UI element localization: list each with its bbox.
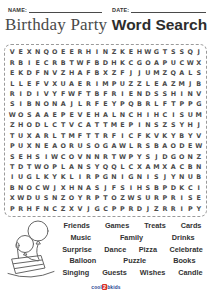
grid-letter: E — [16, 151, 24, 161]
grid-letter: U — [186, 110, 194, 120]
grid-letter: P — [118, 99, 126, 109]
grid-letter: K — [144, 131, 152, 141]
grid-letter: D — [16, 162, 24, 172]
grid-letter: P — [59, 110, 67, 120]
grid-letter: I — [16, 99, 24, 109]
grid-letter: U — [144, 68, 152, 78]
grid-letter: T — [25, 162, 33, 172]
grid-letter: X — [8, 193, 16, 203]
grid-letter: C — [50, 120, 58, 130]
grid-letter: L — [8, 78, 16, 88]
grid-letter: K — [118, 57, 126, 67]
grid-letter: P — [178, 99, 186, 109]
grid-letter: B — [178, 131, 186, 141]
grid-letter: J — [50, 183, 58, 193]
grid-letter: K — [161, 131, 169, 141]
grid-letter: D — [25, 68, 33, 78]
grid-letter: H — [93, 110, 101, 120]
grid-letter: M — [101, 78, 109, 88]
grid-letter: P — [127, 151, 135, 161]
word-item: Surprise — [62, 245, 92, 254]
grid-letter: E — [127, 47, 135, 57]
grid-letter: J — [67, 99, 75, 109]
grid-letter: O — [25, 120, 33, 130]
word-item: Drinks — [172, 233, 195, 242]
grid-letter: V — [42, 78, 50, 88]
grid-letter: Z — [161, 120, 169, 130]
grid-letter: S — [186, 193, 194, 203]
grid-letter: S — [152, 120, 160, 130]
grid-letter: Z — [135, 78, 143, 88]
grid-letter: G — [101, 172, 109, 182]
grid-letter: N — [50, 193, 58, 203]
grid-letter: F — [76, 89, 84, 99]
grid-letter: Q — [127, 99, 135, 109]
grid-letter: S — [8, 151, 16, 161]
plate — [8, 272, 54, 278]
grid-letter: P — [161, 193, 169, 203]
grid-letter: N — [42, 204, 50, 214]
grid-letter: N — [135, 89, 143, 99]
grid-letter: I — [8, 172, 16, 182]
grid-letter: X — [135, 162, 143, 172]
grid-letter: C — [127, 110, 135, 120]
grid-letter: X — [59, 183, 67, 193]
grid-letter: A — [84, 183, 92, 193]
grid-letter: O — [42, 99, 50, 109]
grid-letter: O — [178, 151, 186, 161]
grid-letter: V — [76, 151, 84, 161]
grid-letter: I — [42, 151, 50, 161]
grid-letter: Y — [169, 131, 177, 141]
grid-letter: S — [178, 110, 186, 120]
grid-letter: A — [144, 162, 152, 172]
grid-letter: O — [50, 47, 58, 57]
grid-letter: F — [84, 57, 92, 67]
grid-letter: P — [127, 120, 135, 130]
grid-letter: V — [76, 110, 84, 120]
grid-letter: U — [16, 141, 24, 151]
grid-letter: W — [42, 183, 50, 193]
grid-letter: H — [110, 57, 118, 67]
grid-letter: A — [42, 110, 50, 120]
grid-letter: C — [59, 151, 67, 161]
grid-letter: R — [169, 193, 177, 203]
grid-letter: T — [161, 47, 169, 57]
title-light-part: Birthday Party — [5, 15, 107, 34]
grid-letter: U — [144, 193, 152, 203]
grid-letter: F — [93, 99, 101, 109]
grid-letter: H — [135, 183, 143, 193]
grid-letter: P — [161, 183, 169, 193]
grid-letter: E — [127, 89, 135, 99]
grid-letter: S — [84, 141, 92, 151]
grid-letter: P — [110, 204, 118, 214]
grid-letter: M — [152, 68, 160, 78]
grid-letter: U — [59, 78, 67, 88]
grid-letter: P — [110, 78, 118, 88]
grid-letter: Z — [152, 204, 160, 214]
grid-letter: Y — [76, 193, 84, 203]
grid-letter: H — [135, 110, 143, 120]
word-item: Music — [70, 233, 91, 242]
grid-letter: N — [84, 151, 92, 161]
name-date-header: NAME: DATE: — [8, 5, 206, 13]
grid-letter: A — [152, 57, 160, 67]
grid-letter: L — [76, 99, 84, 109]
grid-letter: V — [50, 68, 58, 78]
grid-letter: G — [25, 172, 33, 182]
grid-letter: E — [50, 110, 58, 120]
grid-letter: B — [93, 89, 101, 99]
word-item: Celebrate — [169, 245, 202, 254]
grid-letter: L — [144, 78, 152, 88]
grid-letter: A — [101, 110, 109, 120]
date-label: DATE: — [112, 7, 129, 13]
grid-letter: Y — [178, 120, 186, 130]
grid-letter: G — [93, 204, 101, 214]
grid-letter: J — [135, 68, 143, 78]
grid-letter: S — [135, 193, 143, 203]
word-item: Games — [105, 221, 129, 230]
grid-letter: D — [25, 89, 33, 99]
grid-letter: J — [144, 204, 152, 214]
grid-letter: F — [118, 68, 126, 78]
grid-letter: B — [93, 57, 101, 67]
grid-letter: A — [161, 141, 169, 151]
grid-letter: O — [169, 141, 177, 151]
grid-letter: T — [8, 131, 16, 141]
grid-letter: A — [50, 141, 58, 151]
grid-letter: H — [25, 204, 33, 214]
grid-letter: G — [195, 99, 203, 109]
grid-letter: X — [50, 78, 58, 88]
grid-letter: T — [59, 131, 67, 141]
grid-letter: B — [195, 172, 203, 182]
grid-letter: W — [33, 162, 41, 172]
word-row: FriendsGamesTreatsCards — [56, 221, 209, 230]
grid-letter: F — [110, 131, 118, 141]
grid-letter: G — [152, 47, 160, 57]
name-label: NAME: — [8, 7, 27, 13]
grid-letter: S — [178, 47, 186, 57]
grid-letter: X — [25, 131, 33, 141]
grid-letter: F — [33, 78, 41, 88]
grid-letter: O — [67, 193, 75, 203]
grid-letter: I — [178, 89, 186, 99]
grid-letter: I — [76, 172, 84, 182]
grid-letter: R — [101, 131, 109, 141]
grid-letter: I — [135, 120, 143, 130]
grid-letter: L — [127, 141, 135, 151]
grid-letter: I — [127, 183, 135, 193]
grid-letter: B — [16, 57, 24, 67]
grid-letter: Y — [50, 172, 58, 182]
grid-letter: Y — [135, 151, 143, 161]
grid-letter: T — [101, 193, 109, 203]
grid-letter: W — [144, 47, 152, 57]
word-row: SurpriseDancePizzaCelebrate — [56, 245, 209, 254]
grid-letter: O — [42, 162, 50, 172]
grid-letter: S — [144, 151, 152, 161]
grid-letter: B — [152, 183, 160, 193]
grid-letter: R — [76, 47, 84, 57]
word-item: Wishes — [140, 268, 165, 277]
word-item: Books — [173, 256, 195, 265]
grid-letter: L — [16, 78, 24, 88]
word-item: Cards — [181, 221, 202, 230]
logo-text: cool — [91, 285, 102, 290]
grid-letter: L — [67, 172, 75, 182]
grid-letter: Z — [127, 78, 135, 88]
grid-letter: E — [186, 141, 194, 151]
word-row: SingingGuestsWishesCandle — [56, 268, 209, 277]
grid-letter: G — [127, 172, 135, 182]
grid-letter: L — [110, 110, 118, 120]
word-row: MusicFamilyDrinks — [56, 233, 209, 242]
grid-letter: W — [8, 110, 16, 120]
grid-letter: Y — [169, 172, 177, 182]
grid-letter: A — [161, 78, 169, 88]
grid-letter: R — [127, 204, 135, 214]
grid-letter: E — [33, 57, 41, 67]
grid-letter: C — [76, 120, 84, 130]
grid-letter: S — [118, 183, 126, 193]
grid-letter: E — [118, 120, 126, 130]
grid-letter: E — [67, 47, 75, 57]
letter-grid: VEXNQOEERHINZKEHWGTSSQJRBIECRBTWFBDHKCGO… — [4, 44, 207, 217]
grid-letter: Z — [59, 204, 67, 214]
page-title: Birthday Party Word Search — [0, 15, 212, 35]
grid-letter: N — [110, 172, 118, 182]
grid-letter: L — [42, 120, 50, 130]
grid-letter: H — [84, 47, 92, 57]
grid-letter: F — [33, 204, 41, 214]
grid-letter: L — [50, 131, 58, 141]
word-item: Singing — [62, 268, 89, 277]
grid-letter: W — [118, 141, 126, 151]
grid-letter: Z — [195, 151, 203, 161]
grid-letter: P — [186, 204, 194, 214]
grid-letter: T — [84, 89, 92, 99]
grid-letter: B — [152, 141, 160, 151]
grid-letter: H — [152, 110, 160, 120]
title-bold-part: Word Search — [112, 16, 207, 33]
grid-letter: K — [16, 68, 24, 78]
grid-letter: I — [93, 47, 101, 57]
grid-letter: W — [195, 141, 203, 151]
grid-letter: U — [16, 172, 24, 182]
grid-letter: A — [110, 141, 118, 151]
birthday-cake-illustration — [4, 218, 58, 280]
grid-letter: E — [152, 78, 160, 88]
grid-letter: V — [8, 47, 16, 57]
grid-letter: E — [42, 141, 50, 151]
grid-letter: K — [59, 172, 67, 182]
name-blank-line — [29, 5, 102, 13]
grid-letter: K — [118, 47, 126, 57]
grid-letter: I — [144, 110, 152, 120]
grid-letter: E — [59, 47, 67, 57]
grid-letter: X — [67, 204, 75, 214]
grid-letter: T — [101, 120, 109, 130]
grid-letter: W — [50, 151, 58, 161]
grid-letter: R — [50, 57, 58, 67]
grid-letter: A — [33, 131, 41, 141]
grid-letter: I — [169, 110, 177, 120]
grid-letter: Y — [186, 131, 194, 141]
grid-letter: K — [42, 172, 50, 182]
grid-letter: P — [8, 141, 16, 151]
word-item: Treats — [144, 221, 166, 230]
grid-letter: T — [59, 120, 67, 130]
grid-letter: N — [101, 47, 109, 57]
grid-letter: R — [101, 151, 109, 161]
grid-letter: E — [84, 110, 92, 120]
grid-letter: J — [152, 151, 160, 161]
grid-letter: W — [67, 89, 75, 99]
grid-letter: I — [33, 89, 41, 99]
grid-letter: I — [118, 89, 126, 99]
grid-letter: J — [84, 204, 92, 214]
grid-letter: V — [67, 120, 75, 130]
word-item: Family — [120, 233, 143, 242]
grid-letter: Y — [110, 99, 118, 109]
grid-letter: S — [169, 120, 177, 130]
grid-letter: E — [76, 78, 84, 88]
grid-letter: N — [33, 47, 41, 57]
grid-letter: N — [42, 68, 50, 78]
grid-letter: R — [169, 204, 177, 214]
grid-letter: N — [76, 162, 84, 172]
grid-letter: V — [195, 131, 203, 141]
brand-logo: cool2bkids — [0, 284, 212, 290]
grid-letter: J — [195, 120, 203, 130]
grid-letter: J — [186, 78, 194, 88]
grid-letter: S — [42, 193, 50, 203]
grid-letter: B — [25, 99, 33, 109]
grid-letter: D — [169, 183, 177, 193]
grid-letter: F — [76, 131, 84, 141]
grid-letter: I — [93, 78, 101, 88]
grid-letter: Z — [118, 193, 126, 203]
grid-letter: E — [101, 99, 109, 109]
grid-letter: N — [93, 151, 101, 161]
date-field: DATE: — [112, 5, 206, 13]
grid-letter: N — [76, 183, 84, 193]
grid-letter: Q — [169, 68, 177, 78]
grid-letter: C — [127, 131, 135, 141]
grid-letter: S — [152, 89, 160, 99]
grid-letter: X — [101, 68, 109, 78]
grid-letter: B — [8, 183, 16, 193]
name-field: NAME: — [8, 5, 102, 13]
grid-letter: Y — [93, 162, 101, 172]
grid-letter: Z — [110, 68, 118, 78]
grid-letter: J — [127, 68, 135, 78]
grid-letter: K — [178, 183, 186, 193]
grid-letter: H — [67, 183, 75, 193]
grid-letter: L — [152, 99, 160, 109]
grid-letter: U — [76, 141, 84, 151]
word-item: Balloon — [70, 256, 97, 265]
grid-letter: U — [118, 78, 126, 88]
grid-letter: C — [178, 57, 186, 67]
grid-letter: Z — [161, 68, 169, 78]
grid-letter: E — [25, 78, 33, 88]
grid-letter: N — [33, 141, 41, 151]
grid-letter: I — [16, 89, 24, 99]
grid-letter: V — [42, 89, 50, 99]
grid-letter: Z — [8, 120, 16, 130]
grid-letter: W — [186, 57, 194, 67]
grid-letter: C — [178, 162, 186, 172]
grid-letter: F — [161, 99, 169, 109]
grid-letter: R — [161, 204, 169, 214]
grid-letter: U — [186, 172, 194, 182]
grid-letter: H — [169, 89, 177, 99]
grid-letter: I — [144, 172, 152, 182]
grid-letter: T — [67, 57, 75, 67]
grid-letter: S — [144, 183, 152, 193]
grid-letter: O — [144, 57, 152, 67]
grid-letter: Q — [186, 47, 194, 57]
grid-letter: R — [144, 99, 152, 109]
grid-letter: I — [25, 57, 33, 67]
grid-letter: B — [135, 99, 143, 109]
grid-letter: A — [178, 68, 186, 78]
grid-letter: D — [161, 151, 169, 161]
logo-text: bkids — [107, 285, 121, 290]
grid-letter: L — [186, 68, 194, 78]
grid-letter: T — [110, 151, 118, 161]
grid-letter: C — [161, 110, 169, 120]
word-item: Dance — [104, 245, 126, 254]
word-item: Puzzle — [123, 256, 146, 265]
grid-letter: W — [118, 151, 126, 161]
grid-letter: B — [186, 162, 194, 172]
grid-letter: D — [178, 141, 186, 151]
grid-letter: U — [16, 131, 24, 141]
grid-letter: T — [8, 162, 16, 172]
word-list: FriendsGamesTreatsCardsMusicFamilyDrinks… — [56, 221, 209, 280]
grid-letter: A — [169, 162, 177, 172]
grid-letter: J — [101, 183, 109, 193]
grid-letter: Y — [50, 89, 58, 99]
grid-letter: W — [76, 57, 84, 67]
grid-letter: I — [118, 131, 126, 141]
grid-letter: S — [161, 89, 169, 99]
grid-letter: D — [101, 57, 109, 67]
grid-letter: M — [67, 131, 75, 141]
grid-letter: F — [33, 68, 41, 78]
grid-letter: X — [161, 162, 169, 172]
grid-letter: X — [195, 57, 203, 67]
grid-letter: U — [169, 57, 177, 67]
grid-letter: I — [118, 172, 126, 182]
grid-letter: R — [152, 193, 160, 203]
grid-letter: S — [33, 151, 41, 161]
grid-letter: N — [16, 183, 24, 193]
grid-letter: I — [178, 193, 186, 203]
grid-letter: H — [186, 120, 194, 130]
grid-letter: P — [161, 57, 169, 67]
grid-letter: O — [59, 141, 67, 151]
grid-letter: F — [135, 131, 143, 141]
grid-letter: N — [118, 110, 126, 120]
grid-letter: A — [33, 110, 41, 120]
grid-letter: H — [16, 120, 24, 130]
